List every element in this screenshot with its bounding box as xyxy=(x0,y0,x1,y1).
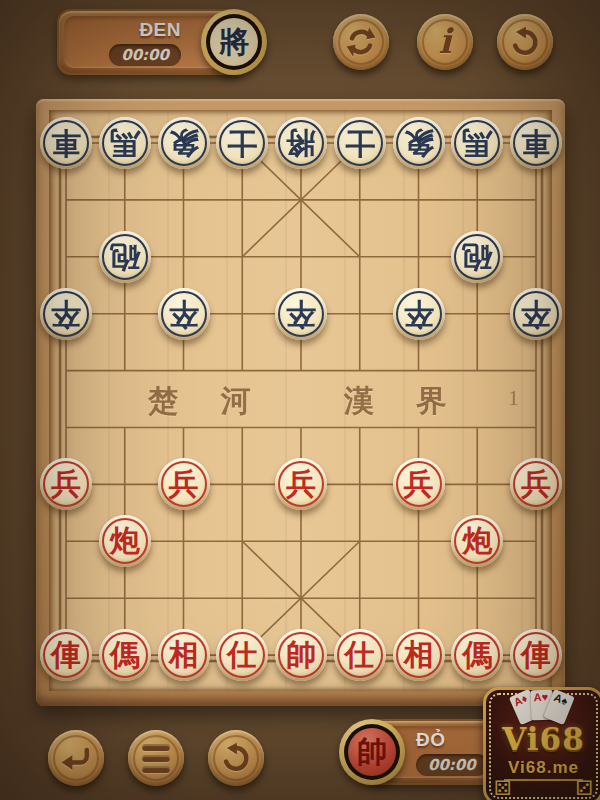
die-icon: ⚂ xyxy=(576,778,593,798)
piece-red-兵[interactable]: 兵 xyxy=(275,458,327,510)
avatar-ring: 將 xyxy=(206,14,262,70)
red-general-icon: 帥 xyxy=(348,728,396,776)
piece-red-炮[interactable]: 炮 xyxy=(451,515,503,567)
player-clock-black: 00:00 xyxy=(109,44,181,66)
piece-red-俥[interactable]: 俥 xyxy=(510,629,562,681)
playing-cards-icon: A♦ A♥ A♠ xyxy=(486,690,600,724)
return-arrow-icon xyxy=(58,740,94,776)
piece-black-卒[interactable]: 卒 xyxy=(40,288,92,340)
piece-black-象[interactable]: 象 xyxy=(158,117,210,169)
sync-icon xyxy=(343,24,379,60)
logo-title: Vi68 xyxy=(502,724,584,755)
undo-icon xyxy=(218,740,254,776)
menu-bars-icon xyxy=(142,744,170,773)
piece-red-兵[interactable]: 兵 xyxy=(40,458,92,510)
player-clock-red: 00:00 xyxy=(416,754,488,776)
piece-red-兵[interactable]: 兵 xyxy=(510,458,562,510)
piece-black-砲[interactable]: 砲 xyxy=(99,231,151,283)
die-icon: ⚄ xyxy=(494,778,511,798)
piece-black-馬[interactable]: 馬 xyxy=(451,117,503,169)
piece-black-士[interactable]: 士 xyxy=(216,117,268,169)
piece-black-卒[interactable]: 卒 xyxy=(275,288,327,340)
xiangqi-game-screen: ĐEN 00:00 將 i xyxy=(0,0,600,800)
swap-sides-button[interactable] xyxy=(333,14,389,70)
undo-icon xyxy=(507,24,543,60)
piece-red-仕[interactable]: 仕 xyxy=(216,629,268,681)
player-avatar-black-general: 將 xyxy=(201,9,267,75)
info-button[interactable]: i xyxy=(417,14,473,70)
back-button[interactable] xyxy=(48,730,104,786)
player-name-red: ĐỎ xyxy=(416,729,446,751)
piece-red-相[interactable]: 相 xyxy=(158,629,210,681)
piece-black-卒[interactable]: 卒 xyxy=(393,288,445,340)
piece-black-卒[interactable]: 卒 xyxy=(510,288,562,340)
piece-red-傌[interactable]: 傌 xyxy=(451,629,503,681)
restart-button[interactable] xyxy=(497,14,553,70)
player-avatar-red-general: 帥 xyxy=(339,719,405,785)
piece-red-仕[interactable]: 仕 xyxy=(334,629,386,681)
player-name-black: ĐEN xyxy=(139,19,181,41)
avatar-ring: 帥 xyxy=(344,724,400,780)
piece-black-士[interactable]: 士 xyxy=(334,117,386,169)
piece-red-炮[interactable]: 炮 xyxy=(99,515,151,567)
piece-black-砲[interactable]: 砲 xyxy=(451,231,503,283)
piece-black-卒[interactable]: 卒 xyxy=(158,288,210,340)
info-icon: i xyxy=(439,24,452,58)
pieces-layer: 車馬象士將士象馬車砲砲卒卒卒卒卒兵兵兵兵兵炮炮俥傌相仕帥仕相傌俥 xyxy=(36,99,565,706)
menu-button[interactable] xyxy=(128,730,184,786)
piece-black-車[interactable]: 車 xyxy=(510,117,562,169)
vi68-watermark-logo[interactable]: A♦ A♥ A♠ Vi68 Vi68.me ⚄ ⚂ xyxy=(483,687,600,800)
player-badge-black: ĐEN 00:00 將 xyxy=(57,9,245,75)
piece-black-馬[interactable]: 馬 xyxy=(99,117,151,169)
xiangqi-board: 楚 河 漢 界 1 車馬象士將士象馬車砲砲卒卒卒卒卒兵兵兵兵兵炮炮俥傌相仕帥仕相… xyxy=(36,99,565,706)
black-general-icon: 將 xyxy=(210,18,258,66)
piece-red-傌[interactable]: 傌 xyxy=(99,629,151,681)
piece-red-相[interactable]: 相 xyxy=(393,629,445,681)
piece-red-帥[interactable]: 帥 xyxy=(275,629,327,681)
piece-red-兵[interactable]: 兵 xyxy=(393,458,445,510)
piece-black-象[interactable]: 象 xyxy=(393,117,445,169)
piece-red-俥[interactable]: 俥 xyxy=(40,629,92,681)
piece-red-兵[interactable]: 兵 xyxy=(158,458,210,510)
undo-move-button[interactable] xyxy=(208,730,264,786)
piece-black-將[interactable]: 將 xyxy=(275,117,327,169)
piece-black-車[interactable]: 車 xyxy=(40,117,92,169)
